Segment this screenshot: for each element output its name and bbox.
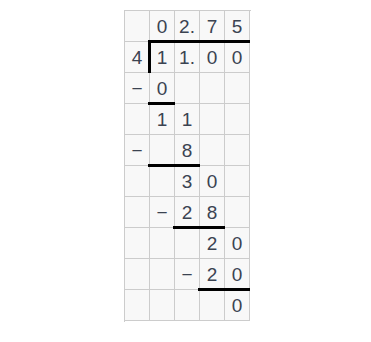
division-grid: 02.75411.00−011−830−2820−200 — [124, 10, 251, 322]
cell-r8c0-empty — [125, 259, 150, 290]
cell-r4c3-empty — [200, 135, 225, 166]
cell-r5c0-empty — [125, 166, 150, 197]
cell-r8c2-minus: − — [175, 259, 200, 290]
cell-r9c1-empty — [150, 290, 175, 321]
cell-r6c2-2: 2 — [175, 197, 200, 228]
cell-r6c4-empty — [225, 197, 250, 228]
cell-r2c3-empty — [200, 73, 225, 104]
cell-r1c3-0: 0 — [200, 42, 225, 73]
division-bracket-vertical — [148, 40, 151, 73]
cell-r0c1-0: 0 — [150, 11, 175, 42]
cell-r4c0-minus: − — [125, 135, 150, 166]
cell-r9c4-0: 0 — [225, 290, 250, 321]
cell-r9c2-empty — [175, 290, 200, 321]
subtraction-underline-2 — [148, 164, 200, 167]
long-division-worksheet: 02.75411.00−011−830−2820−200 — [0, 0, 371, 342]
cell-r3c2-1: 1 — [175, 104, 200, 135]
cell-r2c2-empty — [175, 73, 200, 104]
cell-r4c4-empty — [225, 135, 250, 166]
cell-r5c3-0: 0 — [200, 166, 225, 197]
cell-r8c4-0: 0 — [225, 259, 250, 290]
cell-r1c4-0: 0 — [225, 42, 250, 73]
cell-r2c4-empty — [225, 73, 250, 104]
cell-r7c4-0: 0 — [225, 228, 250, 259]
cell-r0c4-5: 5 — [225, 11, 250, 42]
cell-r7c2-empty — [175, 228, 200, 259]
cell-r1c1-1: 1 — [150, 42, 175, 73]
cell-r3c3-empty — [200, 104, 225, 135]
cell-r3c4-empty — [225, 104, 250, 135]
cell-r2c0-minus: − — [125, 73, 150, 104]
subtraction-underline-1 — [148, 102, 175, 105]
cell-r5c4-empty — [225, 166, 250, 197]
cell-r5c2-3: 3 — [175, 166, 200, 197]
cell-r3c0-empty — [125, 104, 150, 135]
cell-r4c2-8: 8 — [175, 135, 200, 166]
cell-r9c0-empty — [125, 290, 150, 321]
cell-r8c1-empty — [150, 259, 175, 290]
cell-r6c3-8: 8 — [200, 197, 225, 228]
cell-r7c0-empty — [125, 228, 150, 259]
cell-r4c1-empty — [150, 135, 175, 166]
cell-r7c1-empty — [150, 228, 175, 259]
cell-r1c2-1point: 1. — [175, 42, 200, 73]
subtraction-underline-3 — [173, 226, 225, 229]
cell-r1c0-4: 4 — [125, 42, 150, 73]
cell-r8c3-2: 2 — [200, 259, 225, 290]
cell-r2c1-0: 0 — [150, 73, 175, 104]
cell-r9c3-empty — [200, 290, 225, 321]
cell-r0c2-2point: 2. — [175, 11, 200, 42]
division-bracket-horizontal — [148, 40, 250, 43]
cell-r0c0-empty — [125, 11, 150, 42]
cell-r3c1-1: 1 — [150, 104, 175, 135]
cell-r0c3-7: 7 — [200, 11, 225, 42]
cell-r6c0-empty — [125, 197, 150, 228]
subtraction-underline-4 — [198, 288, 250, 291]
cell-r6c1-minus: − — [150, 197, 175, 228]
cell-r7c3-2: 2 — [200, 228, 225, 259]
cell-r5c1-empty — [150, 166, 175, 197]
